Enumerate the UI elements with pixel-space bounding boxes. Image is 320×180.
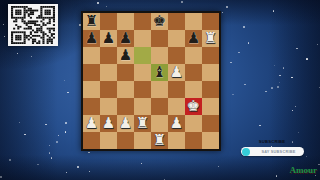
- square-d4[interactable]: [134, 81, 151, 98]
- snow-flake: [4, 36, 5, 37]
- piece-white-pawn-f2[interactable]: ♟: [168, 115, 185, 132]
- snow-flake: [230, 62, 231, 63]
- snow-flake: [19, 122, 20, 123]
- square-g2[interactable]: [185, 115, 202, 132]
- snow-flake: [218, 166, 219, 167]
- snow-flake: [49, 145, 50, 146]
- subscribe-banner[interactable]: SUBSCRIBE SAY SUBSCRIBE: [236, 139, 308, 146]
- square-b8[interactable]: [100, 13, 117, 30]
- piece-black-pawn-c6[interactable]: ♟: [117, 47, 134, 64]
- square-a5[interactable]: [83, 64, 100, 81]
- snow-flake: [273, 10, 274, 11]
- snow-flake: [238, 52, 239, 53]
- square-d1[interactable]: [134, 132, 151, 149]
- piece-white-pawn-b2[interactable]: ♟: [100, 115, 117, 132]
- snow-flake: [292, 110, 293, 111]
- snow-flake: [37, 164, 38, 165]
- snow-flake: [31, 56, 32, 57]
- square-g5[interactable]: [185, 64, 202, 81]
- square-c5[interactable]: [117, 64, 134, 81]
- snow-flake: [3, 24, 4, 25]
- piece-white-rook-d2[interactable]: ♜: [134, 115, 151, 132]
- square-e3[interactable]: [151, 98, 168, 115]
- snow-flake: [279, 82, 280, 83]
- snow-flake: [51, 157, 52, 158]
- chess-board[interactable]: ♜♚♟♟♟♟♜♟♝♟♚♟♟♟♜♟♜: [83, 13, 219, 149]
- square-b3[interactable]: [100, 98, 117, 115]
- snow-flake: [279, 75, 280, 76]
- snow-flake: [49, 152, 51, 154]
- square-h3[interactable]: [202, 98, 219, 115]
- snow-flake: [315, 175, 316, 176]
- snow-flake: [64, 80, 65, 81]
- square-d8[interactable]: [134, 13, 151, 30]
- square-h5[interactable]: [202, 64, 219, 81]
- snow-flake: [56, 141, 58, 143]
- square-f8[interactable]: [168, 13, 185, 30]
- snow-flake: [274, 65, 275, 66]
- square-h1[interactable]: [202, 132, 219, 149]
- square-g1[interactable]: [185, 132, 202, 149]
- square-c3[interactable]: [117, 98, 134, 115]
- square-f1[interactable]: [168, 132, 185, 149]
- snow-flake: [97, 2, 99, 4]
- qr-code: [8, 4, 58, 46]
- piece-white-pawn-f5[interactable]: ♟: [168, 64, 185, 81]
- video-frame-background: ♜♚♟♟♟♟♜♟♝♟♚♟♟♟♜♟♜ SUBSCRIBE SAY SUBSCRIB…: [0, 0, 320, 180]
- square-d7[interactable]: [134, 30, 151, 47]
- snow-flake: [164, 179, 165, 180]
- square-b4[interactable]: [100, 81, 117, 98]
- piece-white-king-g3[interactable]: ♚: [185, 98, 202, 115]
- snow-flake: [283, 67, 285, 69]
- snow-flake: [243, 26, 245, 28]
- square-d3[interactable]: [134, 98, 151, 115]
- square-g4[interactable]: [185, 81, 202, 98]
- square-b1[interactable]: [100, 132, 117, 149]
- snow-flake: [317, 44, 318, 45]
- snow-flake: [24, 134, 26, 136]
- square-f3[interactable]: [168, 98, 185, 115]
- snow-flake: [141, 163, 142, 164]
- square-e2[interactable]: [151, 115, 168, 132]
- square-g6[interactable]: [185, 47, 202, 64]
- snow-flake: [306, 58, 308, 60]
- piece-black-rook-a8[interactable]: ♜: [83, 13, 100, 30]
- subscribe-handle-text: SUBSCRIBE: [250, 139, 293, 143]
- square-c1[interactable]: [117, 132, 134, 149]
- snow-flake: [244, 84, 246, 86]
- snow-flake: [277, 86, 279, 88]
- square-f6[interactable]: [168, 47, 185, 64]
- square-d6[interactable]: [134, 47, 151, 64]
- square-f4[interactable]: [168, 81, 185, 98]
- snow-flake: [271, 87, 273, 89]
- chess-board-frame: ♜♚♟♟♟♟♜♟♝♟♚♟♟♟♜♟♜: [81, 11, 221, 151]
- snow-flake: [226, 6, 228, 8]
- snow-flake: [306, 156, 307, 157]
- snow-flake: [276, 175, 277, 176]
- square-a6[interactable]: [83, 47, 100, 64]
- piece-black-bishop-e5[interactable]: ♝: [151, 64, 168, 81]
- piece-black-king-e8[interactable]: ♚: [151, 13, 168, 30]
- square-e4[interactable]: [151, 81, 168, 98]
- snow-flake: [259, 125, 260, 126]
- snow-flake: [232, 94, 234, 96]
- snow-flake: [88, 152, 89, 153]
- square-h4[interactable]: [202, 81, 219, 98]
- channel-watermark: Amour: [290, 165, 318, 175]
- snow-flake: [265, 91, 267, 93]
- square-a1[interactable]: [83, 132, 100, 149]
- snow-flake: [65, 131, 66, 132]
- subscribe-pill-label: SAY SUBSCRIBE: [261, 149, 291, 154]
- snow-flake: [0, 176, 2, 178]
- subscribe-pill-button[interactable]: SAY SUBSCRIBE: [241, 147, 304, 156]
- snow-flake: [296, 48, 298, 50]
- snow-flake: [248, 42, 250, 44]
- snow-flake: [181, 1, 183, 3]
- snow-flake: [17, 53, 18, 54]
- square-c4[interactable]: [117, 81, 134, 98]
- snow-flake: [298, 132, 299, 133]
- square-c8[interactable]: [117, 13, 134, 30]
- snow-flake: [77, 166, 79, 168]
- square-d5[interactable]: [134, 64, 151, 81]
- square-g8[interactable]: [185, 13, 202, 30]
- snow-flake: [65, 122, 67, 124]
- snow-flake: [67, 92, 69, 94]
- square-b5[interactable]: [100, 64, 117, 81]
- square-a4[interactable]: [83, 81, 100, 98]
- snow-flake: [106, 6, 107, 7]
- square-h8[interactable]: [202, 13, 219, 30]
- snow-flake: [295, 106, 296, 107]
- piece-white-rook-e1[interactable]: ♜: [151, 132, 168, 149]
- snow-flake: [58, 135, 59, 136]
- square-e6[interactable]: [151, 47, 168, 64]
- square-h6[interactable]: [202, 47, 219, 64]
- square-h2[interactable]: [202, 115, 219, 132]
- square-f7[interactable]: [168, 30, 185, 47]
- square-a3[interactable]: [83, 98, 100, 115]
- snow-flake: [291, 77, 292, 78]
- snow-flake: [66, 172, 67, 173]
- piece-black-pawn-b7[interactable]: ♟: [100, 30, 117, 47]
- piece-white-pawn-c2[interactable]: ♟: [117, 115, 134, 132]
- snow-flake: [222, 12, 223, 13]
- piece-black-pawn-g7[interactable]: ♟: [185, 30, 202, 47]
- snow-flake: [89, 171, 90, 172]
- piece-white-pawn-a2[interactable]: ♟: [83, 115, 100, 132]
- square-e7[interactable]: [151, 30, 168, 47]
- snow-flake: [9, 159, 11, 161]
- piece-white-rook-h7[interactable]: ♜: [202, 30, 219, 47]
- piece-black-pawn-c7[interactable]: ♟: [117, 30, 134, 47]
- pill-accent-icon: [242, 148, 250, 156]
- piece-black-pawn-a7[interactable]: ♟: [83, 30, 100, 47]
- square-b6[interactable]: [100, 47, 117, 64]
- snow-flake: [45, 124, 47, 126]
